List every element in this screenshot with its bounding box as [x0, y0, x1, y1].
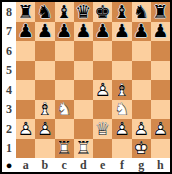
black-pawn[interactable]: ♟ [151, 22, 170, 42]
white-piece-outline: ♖ [74, 139, 93, 159]
black-pawn[interactable]: ♟ [16, 22, 35, 42]
file-label-e: e [93, 158, 112, 172]
black-pawn[interactable]: ♟ [93, 22, 112, 42]
square-f5[interactable] [112, 61, 131, 81]
square-b2[interactable]: ♟♙ [35, 119, 54, 139]
square-f8[interactable]: ♝ [112, 2, 131, 22]
black-to-move-dot-icon: ● [6, 160, 13, 171]
white-piece-outline: ♙ [93, 80, 112, 100]
black-piece-glyph: ♝ [112, 2, 131, 22]
square-h1[interactable] [151, 139, 170, 159]
square-f4[interactable]: ♝♗ [112, 80, 131, 100]
square-e6[interactable] [93, 41, 112, 61]
rank-label-3: 3 [2, 100, 16, 120]
black-rook[interactable]: ♜ [16, 2, 35, 22]
white-piece-outline: ♗ [112, 80, 131, 100]
square-d7[interactable]: ♟ [74, 22, 93, 42]
white-piece-outline: ♙ [35, 119, 54, 139]
black-piece-glyph: ♟ [74, 22, 93, 42]
square-b5[interactable] [35, 61, 54, 81]
file-label-c: c [55, 158, 74, 172]
square-b8[interactable]: ♞ [35, 2, 54, 22]
square-h4[interactable] [151, 80, 170, 100]
file-label-h: h [151, 158, 170, 172]
square-g4[interactable] [132, 80, 151, 100]
white-king[interactable]: ♚♔ [132, 139, 151, 159]
square-g6[interactable] [132, 41, 151, 61]
square-f7[interactable]: ♟ [112, 22, 131, 42]
square-h3[interactable] [151, 100, 170, 120]
black-piece-glyph: ♟ [16, 22, 35, 42]
square-d5[interactable] [74, 61, 93, 81]
black-knight[interactable]: ♞ [132, 2, 151, 22]
square-h2[interactable]: ♟♙ [151, 119, 170, 139]
chess-board-frame: 8♜♞♝♛♚♝♞♜7♟♟♟♟♟♟♟♟654♟♙♝♗3♝♗♞♘♞♘2♟♙♟♙♛♕♟… [0, 0, 172, 174]
square-g8[interactable]: ♞ [132, 2, 151, 22]
file-label-f: f [112, 158, 131, 172]
rank-label-1: 1 [2, 139, 16, 159]
white-knight[interactable]: ♞♘ [112, 100, 131, 120]
square-e3[interactable] [93, 100, 112, 120]
white-piece-outline: ♘ [55, 100, 74, 120]
rank-label-8: 8 [2, 2, 16, 22]
square-a2[interactable]: ♟♙ [16, 119, 35, 139]
square-e8[interactable]: ♚ [93, 2, 112, 22]
square-g5[interactable] [132, 61, 151, 81]
white-queen[interactable]: ♛♕ [93, 119, 112, 139]
white-piece-outline: ♕ [93, 119, 112, 139]
square-f3[interactable]: ♞♘ [112, 100, 131, 120]
square-h7[interactable]: ♟ [151, 22, 170, 42]
black-piece-glyph: ♟ [55, 22, 74, 42]
square-c2[interactable] [55, 119, 74, 139]
square-h5[interactable] [151, 61, 170, 81]
rank-label-4: 4 [2, 80, 16, 100]
square-e5[interactable] [93, 61, 112, 81]
black-piece-glyph: ♟ [112, 22, 131, 42]
square-g3[interactable] [132, 100, 151, 120]
black-piece-glyph: ♚ [93, 2, 112, 22]
white-piece-outline: ♙ [151, 119, 170, 139]
square-a1[interactable] [16, 139, 35, 159]
square-f2[interactable]: ♟♙ [112, 119, 131, 139]
black-bishop[interactable]: ♝ [112, 2, 131, 22]
white-piece-outline: ♘ [112, 100, 131, 120]
black-piece-glyph: ♟ [132, 22, 151, 42]
square-c6[interactable] [55, 41, 74, 61]
black-pawn[interactable]: ♟ [132, 22, 151, 42]
square-a4[interactable] [16, 80, 35, 100]
square-b7[interactable]: ♟ [35, 22, 54, 42]
square-d8[interactable]: ♛ [74, 2, 93, 22]
white-pawn[interactable]: ♟♙ [35, 119, 54, 139]
white-bishop[interactable]: ♝♗ [35, 100, 54, 120]
black-rook[interactable]: ♜ [151, 2, 170, 22]
square-d4[interactable] [74, 80, 93, 100]
black-knight[interactable]: ♞ [35, 2, 54, 22]
white-bishop[interactable]: ♝♗ [112, 80, 131, 100]
white-rook[interactable]: ♜♖ [55, 139, 74, 159]
square-a3[interactable] [16, 100, 35, 120]
square-b4[interactable] [35, 80, 54, 100]
square-a5[interactable] [16, 61, 35, 81]
white-rook[interactable]: ♜♖ [74, 139, 93, 159]
square-e1[interactable] [93, 139, 112, 159]
black-piece-glyph: ♟ [93, 22, 112, 42]
file-label-a: a [16, 158, 35, 172]
white-piece-outline: ♙ [112, 119, 131, 139]
white-pawn[interactable]: ♟♙ [112, 119, 131, 139]
square-c5[interactable] [55, 61, 74, 81]
square-a8[interactable]: ♜ [16, 2, 35, 22]
square-f1[interactable] [112, 139, 131, 159]
white-piece-outline: ♖ [55, 139, 74, 159]
square-h6[interactable] [151, 41, 170, 61]
square-c1[interactable]: ♜♖ [55, 139, 74, 159]
white-piece-outline: ♙ [132, 119, 151, 139]
square-d6[interactable] [74, 41, 93, 61]
square-e4[interactable]: ♟♙ [93, 80, 112, 100]
black-piece-glyph: ♜ [16, 2, 35, 22]
file-label-b: b [35, 158, 54, 172]
square-c3[interactable]: ♞♘ [55, 100, 74, 120]
square-a7[interactable]: ♟ [16, 22, 35, 42]
rank-label-7: 7 [2, 22, 16, 42]
white-pawn[interactable]: ♟♙ [16, 119, 35, 139]
white-piece-outline: ♙ [16, 119, 35, 139]
square-e7[interactable]: ♟ [93, 22, 112, 42]
black-piece-glyph: ♟ [35, 22, 54, 42]
rank-label-6: 6 [2, 41, 16, 61]
square-c4[interactable] [55, 80, 74, 100]
square-d2[interactable] [74, 119, 93, 139]
rank-label-5: 5 [2, 61, 16, 81]
black-pawn[interactable]: ♟ [112, 22, 131, 42]
square-a6[interactable] [16, 41, 35, 61]
black-piece-glyph: ♜ [151, 2, 170, 22]
file-label-d: d [74, 158, 93, 172]
square-g1[interactable]: ♚♔ [132, 139, 151, 159]
white-pawn[interactable]: ♟♙ [132, 119, 151, 139]
rank-label-2: 2 [2, 119, 16, 139]
white-piece-outline: ♗ [35, 100, 54, 120]
black-bishop[interactable]: ♝ [55, 2, 74, 22]
black-piece-glyph: ♝ [55, 2, 74, 22]
square-d3[interactable] [74, 100, 93, 120]
square-h8[interactable]: ♜ [151, 2, 170, 22]
white-piece-outline: ♔ [132, 139, 151, 159]
white-pawn[interactable]: ♟♙ [93, 80, 112, 100]
square-f6[interactable] [112, 41, 131, 61]
black-queen[interactable]: ♛ [74, 2, 93, 22]
square-d1[interactable]: ♜♖ [74, 139, 93, 159]
black-piece-glyph: ♟ [151, 22, 170, 42]
black-pawn[interactable]: ♟ [35, 22, 54, 42]
white-knight[interactable]: ♞♘ [55, 100, 74, 120]
square-b6[interactable] [35, 41, 54, 61]
square-e2[interactable]: ♛♕ [93, 119, 112, 139]
side-to-move-indicator: ● [2, 158, 16, 172]
black-pawn[interactable]: ♟ [74, 22, 93, 42]
square-b3[interactable]: ♝♗ [35, 100, 54, 120]
black-piece-glyph: ♛ [74, 2, 93, 22]
square-c8[interactable]: ♝ [55, 2, 74, 22]
white-pawn[interactable]: ♟♙ [151, 119, 170, 139]
black-pawn[interactable]: ♟ [55, 22, 74, 42]
square-b1[interactable] [35, 139, 54, 159]
black-piece-glyph: ♞ [132, 2, 151, 22]
black-king[interactable]: ♚ [93, 2, 112, 22]
square-c7[interactable]: ♟ [55, 22, 74, 42]
chess-board: 8♜♞♝♛♚♝♞♜7♟♟♟♟♟♟♟♟654♟♙♝♗3♝♗♞♘♞♘2♟♙♟♙♛♕♟… [2, 2, 170, 172]
square-g7[interactable]: ♟ [132, 22, 151, 42]
file-label-g: g [132, 158, 151, 172]
square-g2[interactable]: ♟♙ [132, 119, 151, 139]
black-piece-glyph: ♞ [35, 2, 54, 22]
